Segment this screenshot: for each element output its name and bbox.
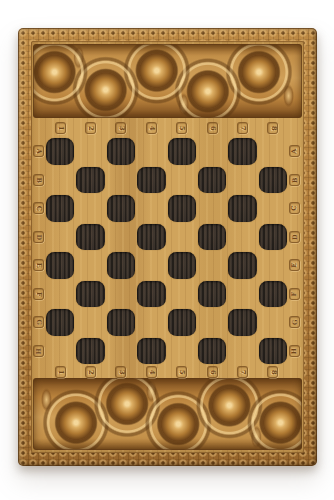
dark-square bbox=[168, 195, 196, 222]
coord-glyph: 4 bbox=[148, 370, 155, 375]
board-cell[interactable] bbox=[197, 166, 227, 195]
board-cell[interactable] bbox=[136, 308, 166, 337]
board-cell[interactable] bbox=[136, 166, 166, 195]
coord-label: B bbox=[289, 174, 300, 186]
coord-label: 1 bbox=[55, 122, 66, 134]
board-cell[interactable] bbox=[106, 308, 136, 337]
coord-glyph: B bbox=[291, 177, 298, 183]
board-cell[interactable] bbox=[106, 194, 136, 223]
dark-square bbox=[228, 309, 256, 336]
board-cell[interactable] bbox=[45, 166, 75, 195]
coord-glyph: 3 bbox=[118, 126, 125, 131]
board-cell[interactable] bbox=[227, 194, 257, 223]
coord-glyph: H bbox=[35, 348, 42, 354]
coord-glyph: F bbox=[35, 291, 42, 296]
dark-square bbox=[107, 252, 135, 279]
coord-glyph: A bbox=[291, 149, 298, 154]
dark-square bbox=[259, 338, 287, 365]
board-cell[interactable] bbox=[227, 337, 257, 366]
board-cell[interactable] bbox=[45, 337, 75, 366]
board-cell[interactable] bbox=[75, 194, 105, 223]
board-cell[interactable] bbox=[106, 337, 136, 366]
dark-square bbox=[76, 338, 104, 365]
coord-label: 5 bbox=[176, 366, 187, 378]
dark-square bbox=[76, 224, 104, 251]
coord-glyph: 5 bbox=[178, 126, 185, 131]
board-cell[interactable] bbox=[167, 223, 197, 252]
coord-label: 3 bbox=[115, 122, 126, 134]
coord-glyph: 8 bbox=[270, 370, 277, 375]
board-cell[interactable] bbox=[167, 137, 197, 166]
coord-label: 4 bbox=[146, 366, 157, 378]
coord-glyph: 6 bbox=[209, 370, 216, 375]
board-cell[interactable] bbox=[106, 223, 136, 252]
coordinate-labels-top: 12345678 bbox=[45, 122, 288, 134]
coord-glyph: 1 bbox=[57, 370, 64, 375]
dark-square bbox=[198, 338, 226, 365]
coord-label: C bbox=[289, 202, 300, 214]
dark-square bbox=[137, 224, 165, 251]
checkers-board: 12345678 12345678 ABCDEFGH ABCDEFGH bbox=[18, 28, 317, 466]
coord-label: 8 bbox=[267, 122, 278, 134]
dark-square bbox=[46, 252, 74, 279]
coordinate-labels-left: ABCDEFGH bbox=[33, 137, 44, 365]
board-cell[interactable] bbox=[136, 223, 166, 252]
board-cell[interactable] bbox=[258, 223, 288, 252]
board-cell[interactable] bbox=[167, 166, 197, 195]
coord-label: E bbox=[289, 259, 300, 271]
board-cell[interactable] bbox=[106, 251, 136, 280]
board-grid bbox=[45, 137, 288, 365]
board-cell[interactable] bbox=[258, 280, 288, 309]
dark-square bbox=[168, 252, 196, 279]
dark-square bbox=[137, 167, 165, 194]
dark-square bbox=[259, 281, 287, 308]
coord-label: A bbox=[33, 145, 44, 157]
board-cell[interactable] bbox=[167, 337, 197, 366]
product-photo: 12345678 12345678 ABCDEFGH ABCDEFGH bbox=[0, 0, 334, 500]
coord-label: 2 bbox=[85, 122, 96, 134]
carved-acanthus-band-bottom bbox=[33, 378, 302, 450]
dark-square bbox=[228, 195, 256, 222]
board-cell[interactable] bbox=[106, 280, 136, 309]
board-cell[interactable] bbox=[197, 337, 227, 366]
coord-label: H bbox=[289, 345, 300, 357]
board-cell[interactable] bbox=[45, 223, 75, 252]
coord-label: 6 bbox=[207, 366, 218, 378]
dark-square bbox=[168, 138, 196, 165]
board-cell[interactable] bbox=[197, 280, 227, 309]
coord-glyph: E bbox=[35, 263, 42, 268]
board-cell[interactable] bbox=[106, 166, 136, 195]
dark-square bbox=[259, 224, 287, 251]
dark-square bbox=[228, 252, 256, 279]
coord-glyph: 7 bbox=[239, 370, 246, 375]
coord-glyph: 1 bbox=[57, 126, 64, 131]
coord-label: 7 bbox=[237, 366, 248, 378]
dark-square bbox=[137, 281, 165, 308]
board-cell[interactable] bbox=[45, 308, 75, 337]
board-cell[interactable] bbox=[227, 137, 257, 166]
board-cell[interactable] bbox=[75, 223, 105, 252]
coord-label: 2 bbox=[85, 366, 96, 378]
board-cell[interactable] bbox=[227, 166, 257, 195]
coord-glyph: G bbox=[35, 319, 42, 325]
dark-square bbox=[107, 309, 135, 336]
board-cell[interactable] bbox=[167, 251, 197, 280]
board-cell[interactable] bbox=[258, 337, 288, 366]
coord-label: A bbox=[289, 145, 300, 157]
board-cell[interactable] bbox=[136, 251, 166, 280]
coord-glyph: D bbox=[291, 234, 298, 240]
board-cell[interactable] bbox=[136, 337, 166, 366]
coord-label: F bbox=[33, 288, 44, 300]
coord-label: 3 bbox=[115, 366, 126, 378]
carved-acanthus-band-top bbox=[33, 44, 302, 118]
board-cell[interactable] bbox=[258, 251, 288, 280]
coord-label: B bbox=[33, 174, 44, 186]
coord-label: D bbox=[289, 231, 300, 243]
board-cell[interactable] bbox=[75, 308, 105, 337]
coord-glyph: C bbox=[291, 206, 298, 211]
dark-square bbox=[76, 167, 104, 194]
dark-square bbox=[228, 138, 256, 165]
coord-glyph: E bbox=[291, 263, 298, 268]
board-cell[interactable] bbox=[227, 308, 257, 337]
dark-square bbox=[46, 309, 74, 336]
board-cell[interactable] bbox=[197, 194, 227, 223]
board-cell[interactable] bbox=[258, 308, 288, 337]
board-cell[interactable] bbox=[75, 166, 105, 195]
coord-label: 6 bbox=[207, 122, 218, 134]
coord-glyph: 5 bbox=[178, 370, 185, 375]
coord-glyph: 6 bbox=[209, 126, 216, 131]
coord-glyph: G bbox=[291, 319, 298, 325]
coord-glyph: 2 bbox=[87, 370, 94, 375]
board-cell[interactable] bbox=[45, 194, 75, 223]
board-cell[interactable] bbox=[136, 194, 166, 223]
dark-square bbox=[76, 281, 104, 308]
coord-glyph: D bbox=[35, 234, 42, 240]
board-cell[interactable] bbox=[258, 166, 288, 195]
board-cell[interactable] bbox=[197, 137, 227, 166]
coord-label: C bbox=[33, 202, 44, 214]
board-cell[interactable] bbox=[227, 251, 257, 280]
board-cell[interactable] bbox=[197, 223, 227, 252]
board-cell[interactable] bbox=[227, 223, 257, 252]
board-cell[interactable] bbox=[167, 308, 197, 337]
dark-square bbox=[259, 167, 287, 194]
coord-label: E bbox=[33, 259, 44, 271]
coord-glyph: 8 bbox=[270, 126, 277, 131]
dark-square bbox=[46, 138, 74, 165]
dark-square bbox=[137, 338, 165, 365]
board-cell[interactable] bbox=[227, 280, 257, 309]
coord-glyph: A bbox=[35, 149, 42, 154]
board-cell[interactable] bbox=[197, 251, 227, 280]
board-inner-panel: 12345678 12345678 ABCDEFGH ABCDEFGH bbox=[31, 41, 304, 453]
coordinate-labels-bottom: 12345678 bbox=[45, 366, 288, 378]
board-cell[interactable] bbox=[106, 137, 136, 166]
coord-label: F bbox=[289, 288, 300, 300]
dark-square bbox=[168, 309, 196, 336]
coord-label: 1 bbox=[55, 366, 66, 378]
coord-glyph: C bbox=[35, 206, 42, 211]
coord-label: G bbox=[33, 316, 44, 328]
coord-label: 8 bbox=[267, 366, 278, 378]
dark-square bbox=[198, 281, 226, 308]
board-cell[interactable] bbox=[136, 280, 166, 309]
board-cell[interactable] bbox=[258, 194, 288, 223]
dark-square bbox=[46, 195, 74, 222]
coord-label: 5 bbox=[176, 122, 187, 134]
board-cell[interactable] bbox=[75, 137, 105, 166]
board-cell[interactable] bbox=[75, 280, 105, 309]
dark-square bbox=[107, 138, 135, 165]
coordinate-labels-right: ABCDEFGH bbox=[289, 137, 300, 365]
coord-label: 7 bbox=[237, 122, 248, 134]
coord-glyph: H bbox=[291, 348, 298, 354]
coord-glyph: 3 bbox=[118, 370, 125, 375]
coord-glyph: B bbox=[35, 177, 42, 183]
dark-square bbox=[107, 195, 135, 222]
coord-glyph: 2 bbox=[87, 126, 94, 131]
board-cell[interactable] bbox=[45, 137, 75, 166]
board-cell[interactable] bbox=[136, 137, 166, 166]
board-cell[interactable] bbox=[45, 251, 75, 280]
coord-label: D bbox=[33, 231, 44, 243]
board-cell[interactable] bbox=[197, 308, 227, 337]
coord-glyph: 4 bbox=[148, 126, 155, 131]
coord-label: G bbox=[289, 316, 300, 328]
board-cell[interactable] bbox=[167, 194, 197, 223]
board-cell[interactable] bbox=[45, 280, 75, 309]
coord-label: H bbox=[33, 345, 44, 357]
coord-glyph: 7 bbox=[239, 126, 246, 131]
board-cell[interactable] bbox=[75, 251, 105, 280]
board-cell[interactable] bbox=[258, 137, 288, 166]
dark-square bbox=[198, 224, 226, 251]
coord-label: 4 bbox=[146, 122, 157, 134]
board-cell[interactable] bbox=[75, 337, 105, 366]
dark-square bbox=[198, 167, 226, 194]
board-cell[interactable] bbox=[167, 280, 197, 309]
coord-glyph: F bbox=[291, 291, 298, 296]
